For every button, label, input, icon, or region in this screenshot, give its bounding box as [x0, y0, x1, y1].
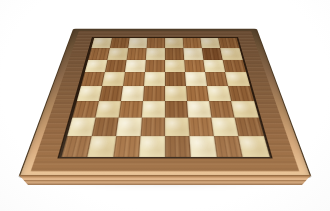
square-b7: [107, 48, 128, 60]
square-e8: [165, 38, 184, 49]
square-a7: [88, 48, 110, 60]
square-f8: [183, 38, 202, 49]
square-h6: [223, 60, 246, 73]
square-b4: [99, 86, 123, 101]
square-d6: [145, 60, 165, 73]
square-g6: [204, 60, 226, 73]
square-h5: [226, 72, 250, 86]
square-h4: [228, 86, 253, 101]
square-b6: [104, 60, 126, 73]
square-f6: [184, 60, 205, 73]
square-h2: [235, 118, 263, 136]
square-e2: [165, 118, 190, 136]
square-b1: [87, 136, 116, 157]
square-d5: [144, 72, 165, 86]
square-f2: [188, 118, 214, 136]
square-f4: [186, 86, 209, 101]
square-a6: [84, 60, 107, 73]
square-c7: [126, 48, 146, 60]
square-b8: [109, 38, 129, 49]
square-e3: [165, 101, 188, 118]
square-c6: [125, 60, 146, 73]
square-f3: [187, 101, 211, 118]
square-h7: [221, 48, 243, 60]
square-d4: [143, 86, 165, 101]
square-h8: [218, 38, 239, 49]
square-d7: [146, 48, 165, 60]
square-f5: [185, 72, 207, 86]
square-g7: [202, 48, 223, 60]
square-c4: [121, 86, 144, 101]
square-f1: [190, 136, 217, 157]
board-front-edge: [19, 175, 311, 185]
chessboard: [18, 29, 312, 178]
square-b2: [91, 118, 118, 136]
square-d1: [139, 136, 165, 157]
square-c5: [123, 72, 145, 86]
square-e5: [165, 72, 186, 86]
square-c2: [116, 118, 142, 136]
square-c3: [118, 101, 142, 118]
board-grid: [61, 38, 269, 157]
square-g8: [201, 38, 221, 49]
square-e6: [165, 60, 185, 73]
square-c8: [128, 38, 147, 49]
square-b3: [95, 101, 121, 118]
square-e4: [165, 86, 187, 101]
chessboard-photo: [0, 0, 330, 211]
square-g5: [205, 72, 228, 86]
square-e1: [165, 136, 191, 157]
square-d2: [140, 118, 165, 136]
square-b5: [102, 72, 125, 86]
square-h3: [231, 101, 258, 118]
square-c1: [113, 136, 140, 157]
square-d3: [142, 101, 165, 118]
square-d8: [146, 38, 165, 49]
square-e7: [165, 48, 184, 60]
square-f7: [184, 48, 204, 60]
square-a8: [91, 38, 112, 49]
